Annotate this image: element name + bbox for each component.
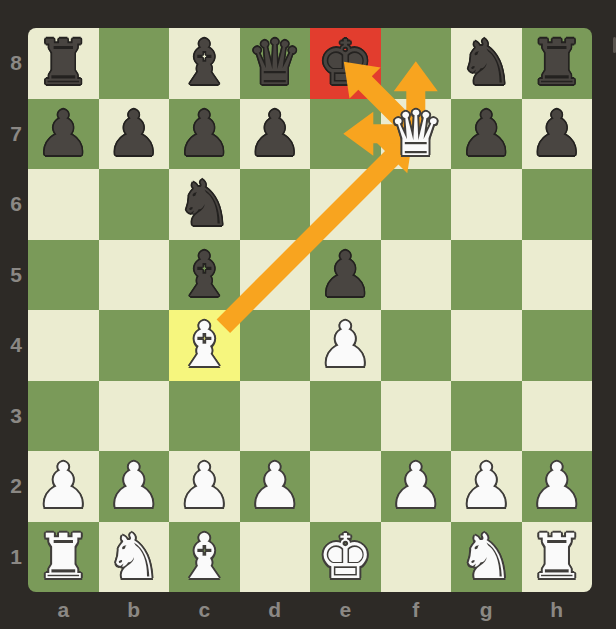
square-f7[interactable]: ♛ xyxy=(381,99,452,170)
white-bishop[interactable]: ♝ xyxy=(176,310,232,381)
white-pawn[interactable]: ♟ xyxy=(458,451,514,522)
square-a1[interactable]: ♜ xyxy=(28,522,99,593)
square-h8[interactable]: ♜ xyxy=(522,28,593,99)
square-a4[interactable] xyxy=(28,310,99,381)
square-g1[interactable]: ♞ xyxy=(451,522,522,593)
square-h7[interactable]: ♟ xyxy=(522,99,593,170)
square-e8[interactable]: ♚ xyxy=(310,28,381,99)
square-h4[interactable] xyxy=(522,310,593,381)
square-e2[interactable] xyxy=(310,451,381,522)
square-a8[interactable]: ♜ xyxy=(28,28,99,99)
white-queen[interactable]: ♛ xyxy=(388,99,444,170)
file-label-d: d xyxy=(240,591,311,629)
square-c1[interactable]: ♝ xyxy=(169,522,240,593)
square-d5[interactable] xyxy=(240,240,311,311)
white-knight[interactable]: ♞ xyxy=(458,522,514,593)
square-c4[interactable]: ♝ xyxy=(169,310,240,381)
black-bishop[interactable]: ♝ xyxy=(176,240,232,311)
square-a3[interactable] xyxy=(28,381,99,452)
square-e3[interactable] xyxy=(310,381,381,452)
square-c5[interactable]: ♝ xyxy=(169,240,240,311)
black-pawn[interactable]: ♟ xyxy=(458,99,514,170)
black-bishop[interactable]: ♝ xyxy=(176,28,232,99)
file-label-b: b xyxy=(99,591,170,629)
square-d8[interactable]: ♛ xyxy=(240,28,311,99)
white-pawn[interactable]: ♟ xyxy=(176,451,232,522)
square-f5[interactable] xyxy=(381,240,452,311)
rank-label-7: 7 xyxy=(3,99,29,170)
black-king[interactable]: ♚ xyxy=(317,28,373,99)
file-label-a: a xyxy=(28,591,99,629)
white-rook[interactable]: ♜ xyxy=(35,522,91,593)
square-h3[interactable] xyxy=(522,381,593,452)
file-label-h: h xyxy=(522,591,593,629)
rank-label-6: 6 xyxy=(3,169,29,240)
square-g5[interactable] xyxy=(451,240,522,311)
square-f2[interactable]: ♟ xyxy=(381,451,452,522)
rank-label-4: 4 xyxy=(3,310,29,381)
square-d3[interactable] xyxy=(240,381,311,452)
square-d1[interactable] xyxy=(240,522,311,593)
square-c3[interactable] xyxy=(169,381,240,452)
square-f6[interactable] xyxy=(381,169,452,240)
white-pawn[interactable]: ♟ xyxy=(106,451,162,522)
square-a7[interactable]: ♟ xyxy=(28,99,99,170)
black-pawn[interactable]: ♟ xyxy=(106,99,162,170)
file-label-f: f xyxy=(381,591,452,629)
square-e5[interactable]: ♟ xyxy=(310,240,381,311)
square-g2[interactable]: ♟ xyxy=(451,451,522,522)
square-d6[interactable] xyxy=(240,169,311,240)
chess-app: ♜♝♛♚♞♜♟♟♟♟♛♟♟♞♝♟♝♟♟♟♟♟♟♟♟♜♞♝♚♞♜ 87654321… xyxy=(0,0,616,629)
square-d4[interactable] xyxy=(240,310,311,381)
file-label-g: g xyxy=(451,591,522,629)
square-g3[interactable] xyxy=(451,381,522,452)
white-king[interactable]: ♚ xyxy=(317,522,373,593)
black-knight[interactable]: ♞ xyxy=(458,28,514,99)
black-pawn[interactable]: ♟ xyxy=(247,99,303,170)
white-knight[interactable]: ♞ xyxy=(106,522,162,593)
square-h2[interactable]: ♟ xyxy=(522,451,593,522)
square-g4[interactable] xyxy=(451,310,522,381)
square-g6[interactable] xyxy=(451,169,522,240)
rank-label-8: 8 xyxy=(3,28,29,99)
square-g7[interactable]: ♟ xyxy=(451,99,522,170)
square-h5[interactable] xyxy=(522,240,593,311)
square-a5[interactable] xyxy=(28,240,99,311)
square-e7[interactable] xyxy=(310,99,381,170)
rank-label-5: 5 xyxy=(3,240,29,311)
black-pawn[interactable]: ♟ xyxy=(529,99,585,170)
white-pawn[interactable]: ♟ xyxy=(35,451,91,522)
square-f1[interactable] xyxy=(381,522,452,593)
black-pawn[interactable]: ♟ xyxy=(35,99,91,170)
rank-label-2: 2 xyxy=(3,451,29,522)
square-e4[interactable]: ♟ xyxy=(310,310,381,381)
square-h6[interactable] xyxy=(522,169,593,240)
black-rook[interactable]: ♜ xyxy=(529,28,585,99)
square-g8[interactable]: ♞ xyxy=(451,28,522,99)
chess-board-wrap: ♜♝♛♚♞♜♟♟♟♟♛♟♟♞♝♟♝♟♟♟♟♟♟♟♟♜♞♝♚♞♜ xyxy=(28,28,592,592)
square-c8[interactable]: ♝ xyxy=(169,28,240,99)
white-bishop[interactable]: ♝ xyxy=(176,522,232,593)
square-c6[interactable]: ♞ xyxy=(169,169,240,240)
square-b8[interactable] xyxy=(99,28,170,99)
square-c7[interactable]: ♟ xyxy=(169,99,240,170)
white-rook[interactable]: ♜ xyxy=(529,522,585,593)
black-rook[interactable]: ♜ xyxy=(35,28,91,99)
black-queen[interactable]: ♛ xyxy=(247,28,303,99)
black-knight[interactable]: ♞ xyxy=(176,169,232,240)
square-b6[interactable] xyxy=(99,169,170,240)
square-f8[interactable] xyxy=(381,28,452,99)
square-e6[interactable] xyxy=(310,169,381,240)
square-f3[interactable] xyxy=(381,381,452,452)
white-pawn[interactable]: ♟ xyxy=(529,451,585,522)
square-c2[interactable]: ♟ xyxy=(169,451,240,522)
square-h1[interactable]: ♜ xyxy=(522,522,593,593)
square-d2[interactable]: ♟ xyxy=(240,451,311,522)
white-pawn[interactable]: ♟ xyxy=(247,451,303,522)
square-b4[interactable] xyxy=(99,310,170,381)
square-b5[interactable] xyxy=(99,240,170,311)
file-label-e: e xyxy=(310,591,381,629)
square-b7[interactable]: ♟ xyxy=(99,99,170,170)
square-d7[interactable]: ♟ xyxy=(240,99,311,170)
square-f4[interactable] xyxy=(381,310,452,381)
square-b1[interactable]: ♞ xyxy=(99,522,170,593)
white-pawn[interactable]: ♟ xyxy=(317,310,373,381)
square-b3[interactable] xyxy=(99,381,170,452)
rank-label-3: 3 xyxy=(3,381,29,452)
black-pawn[interactable]: ♟ xyxy=(317,240,373,311)
square-a2[interactable]: ♟ xyxy=(28,451,99,522)
rank-label-1: 1 xyxy=(3,522,29,593)
square-a6[interactable] xyxy=(28,169,99,240)
square-e1[interactable]: ♚ xyxy=(310,522,381,593)
white-pawn[interactable]: ♟ xyxy=(388,451,444,522)
file-label-c: c xyxy=(169,591,240,629)
black-pawn[interactable]: ♟ xyxy=(176,99,232,170)
square-b2[interactable]: ♟ xyxy=(99,451,170,522)
board: ♜♝♛♚♞♜♟♟♟♟♛♟♟♞♝♟♝♟♟♟♟♟♟♟♟♜♞♝♚♞♜ xyxy=(28,28,592,592)
